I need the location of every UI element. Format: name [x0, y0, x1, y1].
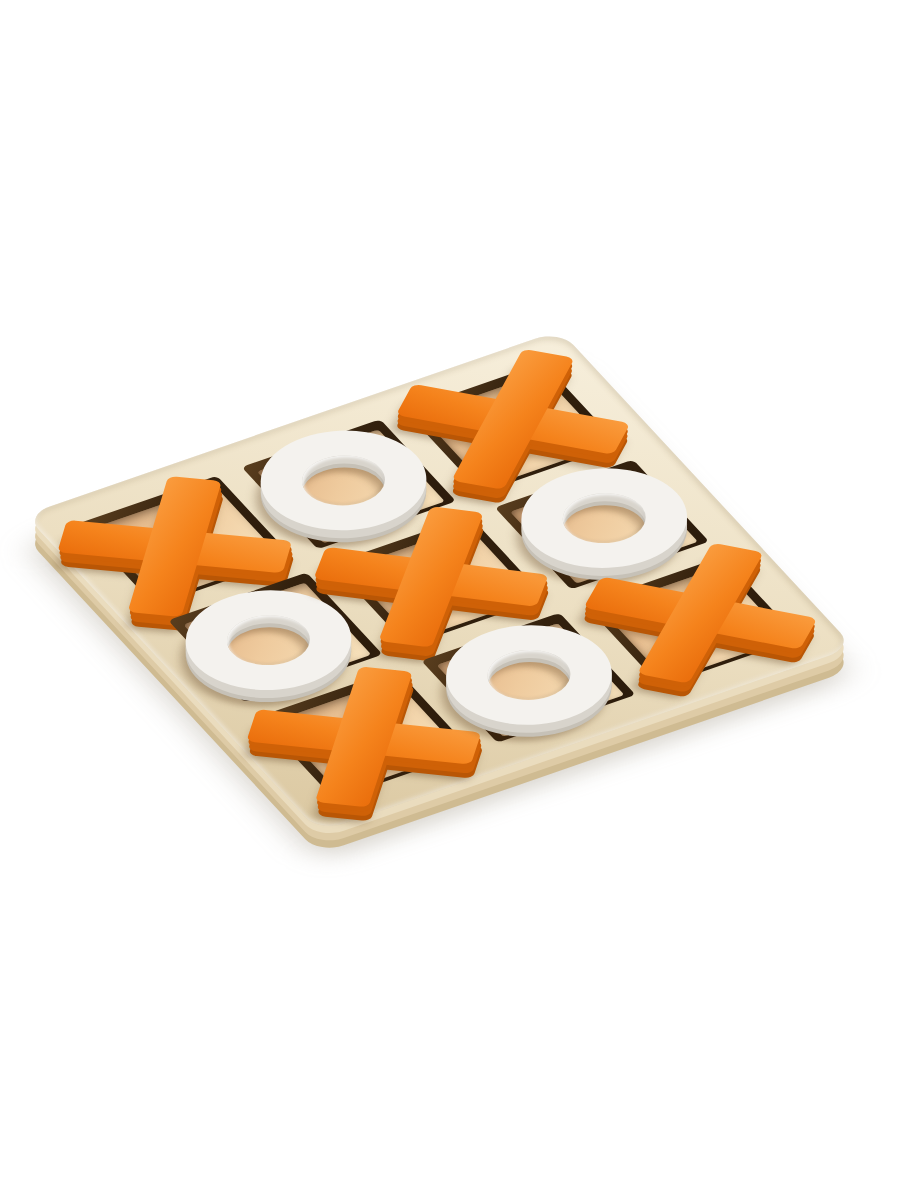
product-photo: [0, 0, 900, 1200]
game-board: [25, 330, 854, 832]
cell-r3c3: [584, 556, 799, 686]
board-grid: [78, 362, 800, 799]
board-perspective: [25, 330, 854, 832]
